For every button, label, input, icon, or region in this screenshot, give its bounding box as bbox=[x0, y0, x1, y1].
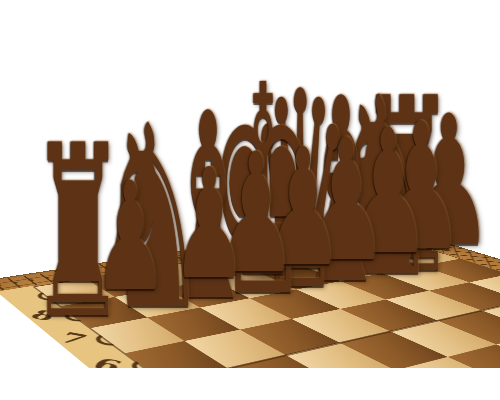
product-photo-scene: 8765 ♜♞♝♚♛♝♞♜♟♟♟♟♟♟♟♟ bbox=[0, 0, 500, 400]
photo-crop-white bbox=[0, 368, 500, 400]
piece-pawn: ♟ bbox=[93, 162, 167, 312]
pieces-layer: ♜♞♝♚♛♝♞♜♟♟♟♟♟♟♟♟ bbox=[0, 0, 500, 400]
piece-pawn: ♟ bbox=[172, 149, 247, 301]
